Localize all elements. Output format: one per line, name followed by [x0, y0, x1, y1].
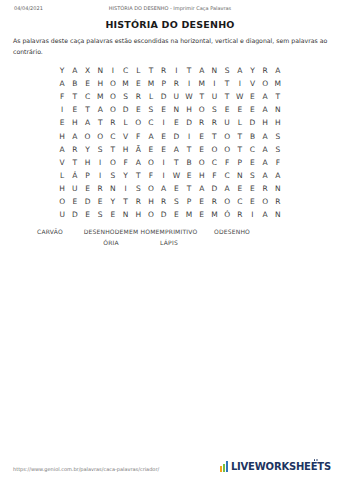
- grid-cell-r7-c6: H: [119, 143, 132, 156]
- grid-cell-r4-c12: O: [195, 103, 208, 116]
- grid-cell-r11-c18: R: [272, 195, 285, 208]
- page-title: HISTÓRIA DO DESENHO: [0, 19, 340, 30]
- grid-cell-r2-c3: E: [81, 77, 94, 90]
- grid-cell-r11-c11: P: [183, 195, 196, 208]
- grid-cell-r9-c1: L: [56, 169, 69, 182]
- grid-cell-r12-c3: E: [81, 208, 94, 221]
- grid-cell-r1-c14: S: [221, 64, 234, 77]
- grid-cell-r2-c1: A: [56, 77, 69, 90]
- grid-cell-r11-c15: C: [233, 195, 246, 208]
- grid-cell-r4-c7: E: [132, 103, 145, 116]
- grid-cell-r9-c2: Á: [69, 169, 82, 182]
- grid-cell-r10-c9: A: [157, 182, 170, 195]
- grid-cell-r12-c6: N: [119, 208, 132, 221]
- print-meta-row: 04/04/2021 HISTÓRIA DO DESENHO - Imprimi…: [0, 5, 340, 13]
- grid-cell-r11-c12: E: [195, 195, 208, 208]
- grid-cell-r10-c15: E: [233, 182, 246, 195]
- grid-cell-r8-c9: I: [157, 156, 170, 169]
- grid-cell-r3-c18: T: [272, 90, 285, 103]
- grid-cell-r1-c16: Y: [246, 64, 259, 77]
- grid-cell-r4-c18: N: [272, 103, 285, 116]
- grid-cell-r8-c15: P: [233, 156, 246, 169]
- grid-cell-r5-c10: E: [170, 116, 183, 129]
- grid-cell-r4-c14: E: [221, 103, 234, 116]
- grid-cell-r8-c1: V: [56, 156, 69, 169]
- grid-cell-r5-c11: D: [183, 116, 196, 129]
- grid-cell-r8-c2: T: [69, 156, 82, 169]
- grid-cell-r3-c3: C: [81, 90, 94, 103]
- grid-cell-r7-c11: T: [183, 143, 196, 156]
- grid-cell-r5-c12: R: [195, 116, 208, 129]
- grid-cell-r10-c3: E: [81, 182, 94, 195]
- logo-label: LIVEWORKSHEETS: [231, 461, 331, 472]
- grid-cell-r2-c12: M: [195, 77, 208, 90]
- grid-cell-r7-c2: R: [69, 143, 82, 156]
- grid-cell-r3-c7: R: [132, 90, 145, 103]
- grid-cell-r5-c9: I: [157, 116, 170, 129]
- grid-cell-r2-c8: M: [145, 77, 158, 90]
- grid-cell-r4-c1: I: [56, 103, 69, 116]
- grid-cell-r6-c8: A: [145, 129, 158, 142]
- grid-cell-r3-c5: O: [107, 90, 120, 103]
- grid-cell-r4-c15: E: [233, 103, 246, 116]
- grid-cell-r12-c12: E: [195, 208, 208, 221]
- grid-cell-r3-c10: U: [170, 90, 183, 103]
- grid-cell-r5-c8: C: [145, 116, 158, 129]
- print-date: 04/04/2021: [14, 5, 43, 11]
- grid-cell-r8-c10: T: [170, 156, 183, 169]
- grid-cell-r11-c14: O: [221, 195, 234, 208]
- grid-cell-r1-c6: C: [119, 64, 132, 77]
- grid-cell-r12-c5: E: [107, 208, 120, 221]
- grid-cell-r8-c18: F: [272, 156, 285, 169]
- grid-cell-r8-c13: C: [208, 156, 221, 169]
- grid-cell-r9-c17: A: [259, 169, 272, 182]
- grid-cell-r8-c17: A: [259, 156, 272, 169]
- grid-cell-r6-c5: C: [107, 129, 120, 142]
- grid-cell-r9-c10: W: [170, 169, 183, 182]
- grid-cell-r10-c18: N: [272, 182, 285, 195]
- grid-cell-r11-c16: E: [246, 195, 259, 208]
- grid-cell-r7-c5: T: [107, 143, 120, 156]
- grid-cell-r9-c9: I: [157, 169, 170, 182]
- grid-cell-r2-c17: O: [259, 77, 272, 90]
- grid-cell-r10-c7: S: [132, 182, 145, 195]
- grid-cell-r7-c12: E: [195, 143, 208, 156]
- grid-cell-r1-c12: A: [195, 64, 208, 77]
- grid-cell-r6-c11: I: [183, 129, 196, 142]
- grid-cell-r8-c6: F: [119, 156, 132, 169]
- grid-cell-r2-c16: V: [246, 77, 259, 90]
- grid-cell-r4-c2: E: [69, 103, 82, 116]
- word-list: CARVÃODESENHODEMEMÓRIAHOMEMPRIMITIVOLÁPI…: [0, 226, 340, 254]
- grid-cell-r6-c7: F: [132, 129, 145, 142]
- grid-cell-r9-c14: C: [221, 169, 234, 182]
- grid-cell-r8-c4: I: [94, 156, 107, 169]
- grid-cell-r11-c2: E: [69, 195, 82, 208]
- grid-cell-r11-c9: R: [157, 195, 170, 208]
- grid-cell-r2-c18: M: [272, 77, 285, 90]
- grid-cell-r11-c7: R: [132, 195, 145, 208]
- grid-cell-r4-c10: N: [170, 103, 183, 116]
- grid-cell-r1-c9: R: [157, 64, 170, 77]
- grid-cell-r10-c17: R: [259, 182, 272, 195]
- grid-cell-r3-c11: W: [183, 90, 196, 103]
- grid-cell-r12-c9: D: [157, 208, 170, 221]
- grid-cell-r3-c9: D: [157, 90, 170, 103]
- grid-cell-r4-c13: S: [208, 103, 221, 116]
- grid-cell-r6-c4: O: [94, 129, 107, 142]
- grid-cell-r8-c12: O: [195, 156, 208, 169]
- grid-cell-r4-c8: S: [145, 103, 158, 116]
- grid-cell-r5-c18: H: [272, 116, 285, 129]
- grid-cell-r1-c13: N: [208, 64, 221, 77]
- grid-cell-r1-c10: I: [170, 64, 183, 77]
- liveworksheets-bars-icon: [220, 461, 229, 472]
- grid-cell-r11-c1: O: [56, 195, 69, 208]
- grid-cell-r6-c15: T: [233, 129, 246, 142]
- grid-cell-r6-c3: O: [81, 129, 94, 142]
- grid-cell-r12-c10: E: [170, 208, 183, 221]
- grid-cell-r9-c13: F: [208, 169, 221, 182]
- grid-cell-r11-c8: H: [145, 195, 158, 208]
- grid-cell-r2-c2: B: [69, 77, 82, 90]
- grid-cell-r6-c9: E: [157, 129, 170, 142]
- grid-cell-r6-c14: O: [221, 129, 234, 142]
- grid-cell-r12-c8: O: [145, 208, 158, 221]
- grid-cell-r3-c4: M: [94, 90, 107, 103]
- wordsearch-grid: YAXNICLTRITANSAYRAABEHOMEMPRIMITIVOMFTCM…: [56, 64, 284, 221]
- grid-cell-r7-c8: E: [145, 143, 158, 156]
- grid-cell-r7-c3: Y: [81, 143, 94, 156]
- grid-cell-r12-c18: N: [272, 208, 285, 221]
- grid-cell-r2-c10: R: [170, 77, 183, 90]
- grid-cell-r1-c7: L: [132, 64, 145, 77]
- grid-cell-r9-c3: P: [81, 169, 94, 182]
- grid-cell-r2-c9: P: [157, 77, 170, 90]
- grid-cell-r11-c3: D: [81, 195, 94, 208]
- grid-cell-r9-c8: F: [145, 169, 158, 182]
- grid-cell-r12-c1: U: [56, 208, 69, 221]
- grid-cell-r9-c11: E: [183, 169, 196, 182]
- grid-cell-r10-c10: E: [170, 182, 183, 195]
- grid-cell-r6-c13: T: [208, 129, 221, 142]
- grid-cell-r10-c13: D: [208, 182, 221, 195]
- grid-cell-r10-c11: T: [183, 182, 196, 195]
- grid-cell-r7-c1: A: [56, 143, 69, 156]
- grid-cell-r4-c5: O: [107, 103, 120, 116]
- grid-cell-r6-c17: A: [259, 129, 272, 142]
- grid-cell-r6-c10: D: [170, 129, 183, 142]
- grid-cell-r5-c13: R: [208, 116, 221, 129]
- grid-cell-r6-c16: B: [246, 129, 259, 142]
- grid-cell-r10-c12: A: [195, 182, 208, 195]
- grid-cell-r1-c4: N: [94, 64, 107, 77]
- grid-cell-r7-c14: O: [221, 143, 234, 156]
- word-list-line: ODESENHO: [194, 226, 270, 237]
- grid-cell-r1-c8: T: [145, 64, 158, 77]
- grid-cell-r11-c13: R: [208, 195, 221, 208]
- liveworksheets-logo: LIVEWORKSHEETS: [220, 461, 331, 472]
- print-header-title: HISTÓRIA DO DESENHO - Imprimir Caça Pala…: [0, 5, 340, 11]
- footer-url: https://www.geniol.com.br/palavras/caca-…: [13, 466, 159, 472]
- grid-cell-r2-c7: E: [132, 77, 145, 90]
- grid-cell-r2-c4: H: [94, 77, 107, 90]
- grid-cell-r11-c5: Y: [107, 195, 120, 208]
- grid-cell-r10-c1: H: [56, 182, 69, 195]
- grid-cell-r6-c2: A: [69, 129, 82, 142]
- grid-cell-r4-c3: T: [81, 103, 94, 116]
- grid-cell-r11-c6: T: [119, 195, 132, 208]
- grid-cell-r6-c1: H: [56, 129, 69, 142]
- grid-cell-r7-c7: Ã: [132, 143, 145, 156]
- grid-cell-r2-c13: I: [208, 77, 221, 90]
- grid-cell-r12-c4: S: [94, 208, 107, 221]
- grid-cell-r7-c4: S: [94, 143, 107, 156]
- liveworksheets-logo-text: LIVEWORKSHEETS: [231, 461, 331, 472]
- grid-cell-r4-c9: E: [157, 103, 170, 116]
- instructions-text: As palavras deste caça palavras estão es…: [13, 36, 330, 57]
- grid-cell-r8-c3: H: [81, 156, 94, 169]
- grid-cell-r5-c7: O: [132, 116, 145, 129]
- grid-cell-r12-c2: D: [69, 208, 82, 221]
- grid-cell-r3-c15: W: [233, 90, 246, 103]
- grid-cell-r8-c8: O: [145, 156, 158, 169]
- grid-cell-r11-c10: S: [170, 195, 183, 208]
- grid-cell-r12-c17: A: [259, 208, 272, 221]
- grid-cell-r6-c18: S: [272, 129, 285, 142]
- grid-cell-r2-c6: M: [119, 77, 132, 90]
- grid-cell-r12-c7: H: [132, 208, 145, 221]
- grid-cell-r8-c5: O: [107, 156, 120, 169]
- grid-cell-r5-c17: H: [259, 116, 272, 129]
- grid-cell-r1-c1: Y: [56, 64, 69, 77]
- grid-cell-r2-c5: O: [107, 77, 120, 90]
- word-list-item: ODESENHO: [194, 226, 270, 237]
- grid-cell-r8-c7: A: [132, 156, 145, 169]
- grid-cell-r10-c8: O: [145, 182, 158, 195]
- grid-cell-r7-c13: O: [208, 143, 221, 156]
- grid-cell-r1-c2: A: [69, 64, 82, 77]
- grid-cell-r8-c14: F: [221, 156, 234, 169]
- grid-cell-r11-c17: O: [259, 195, 272, 208]
- grid-cell-r5-c6: L: [119, 116, 132, 129]
- grid-cell-r1-c11: T: [183, 64, 196, 77]
- grid-cell-r8-c16: E: [246, 156, 259, 169]
- grid-cell-r7-c10: A: [170, 143, 183, 156]
- grid-cell-r11-c4: E: [94, 195, 107, 208]
- grid-cell-r9-c6: Y: [119, 169, 132, 182]
- grid-cell-r1-c3: X: [81, 64, 94, 77]
- grid-cell-r2-c14: T: [221, 77, 234, 90]
- grid-cell-r2-c11: I: [183, 77, 196, 90]
- grid-cell-r2-c15: I: [233, 77, 246, 90]
- grid-cell-r4-c11: H: [183, 103, 196, 116]
- grid-cell-r5-c15: L: [233, 116, 246, 129]
- grid-cell-r5-c14: U: [221, 116, 234, 129]
- grid-cell-r7-c9: E: [157, 143, 170, 156]
- grid-cell-r3-c6: S: [119, 90, 132, 103]
- grid-cell-r1-c15: A: [233, 64, 246, 77]
- grid-cell-r7-c15: T: [233, 143, 246, 156]
- worksheet-page: 04/04/2021 HISTÓRIA DO DESENHO - Imprimi…: [0, 0, 340, 480]
- grid-cell-r9-c4: I: [94, 169, 107, 182]
- grid-cell-r4-c16: E: [246, 103, 259, 116]
- grid-cell-r5-c4: T: [94, 116, 107, 129]
- logo-eyes-dots: [314, 459, 316, 461]
- grid-cell-r8-c11: B: [183, 156, 196, 169]
- grid-cell-r3-c13: U: [208, 90, 221, 103]
- grid-cell-r10-c16: E: [246, 182, 259, 195]
- grid-cell-r7-c17: A: [259, 143, 272, 156]
- grid-cell-r5-c1: E: [56, 116, 69, 129]
- grid-cell-r6-c12: E: [195, 129, 208, 142]
- grid-cell-r12-c16: I: [246, 208, 259, 221]
- grid-cell-r7-c16: C: [246, 143, 259, 156]
- grid-cell-r12-c11: M: [183, 208, 196, 221]
- grid-cell-r4-c17: A: [259, 103, 272, 116]
- grid-cell-r5-c16: D: [246, 116, 259, 129]
- grid-cell-r3-c2: T: [69, 90, 82, 103]
- grid-cell-r3-c16: E: [246, 90, 259, 103]
- grid-cell-r12-c14: Ó: [221, 208, 234, 221]
- grid-cell-r3-c17: A: [259, 90, 272, 103]
- grid-cell-r9-c7: T: [132, 169, 145, 182]
- grid-cell-r4-c4: A: [94, 103, 107, 116]
- grid-cell-r5-c2: H: [69, 116, 82, 129]
- grid-cell-r1-c5: I: [107, 64, 120, 77]
- grid-cell-r1-c17: R: [259, 64, 272, 77]
- grid-cell-r5-c5: R: [107, 116, 120, 129]
- grid-cell-r10-c14: A: [221, 182, 234, 195]
- grid-cell-r3-c1: F: [56, 90, 69, 103]
- grid-cell-r9-c15: N: [233, 169, 246, 182]
- grid-cell-r9-c12: H: [195, 169, 208, 182]
- grid-cell-r7-c18: S: [272, 143, 285, 156]
- grid-cell-r9-c5: S: [107, 169, 120, 182]
- grid-cell-r5-c3: A: [81, 116, 94, 129]
- grid-cell-r6-c6: V: [119, 129, 132, 142]
- grid-cell-r10-c2: U: [69, 182, 82, 195]
- grid-cell-r9-c18: A: [272, 169, 285, 182]
- grid-cell-r3-c14: T: [221, 90, 234, 103]
- grid-cell-r3-c8: L: [145, 90, 158, 103]
- grid-cell-r10-c4: R: [94, 182, 107, 195]
- grid-cell-r10-c6: I: [119, 182, 132, 195]
- grid-cell-r3-c12: T: [195, 90, 208, 103]
- grid-cell-r9-c16: S: [246, 169, 259, 182]
- grid-cell-r12-c15: R: [233, 208, 246, 221]
- word-list-line: LÁPIS: [131, 237, 207, 248]
- grid-cell-r4-c6: D: [119, 103, 132, 116]
- grid-cell-r1-c18: A: [272, 64, 285, 77]
- grid-cell-r12-c13: M: [208, 208, 221, 221]
- grid-cell-r10-c5: N: [107, 182, 120, 195]
